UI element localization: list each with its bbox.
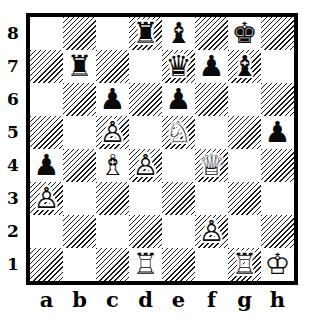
- square-g2[interactable]: [228, 215, 261, 248]
- square-a3[interactable]: ♙: [30, 182, 63, 215]
- square-h8[interactable]: [261, 17, 294, 50]
- file-label-c: c: [96, 286, 129, 316]
- square-d5[interactable]: [129, 116, 162, 149]
- square-f1[interactable]: [195, 248, 228, 281]
- square-d7[interactable]: [129, 50, 162, 83]
- piece-white-rook-d1[interactable]: ♖: [129, 248, 162, 281]
- piece-white-knight-e5[interactable]: ♘: [162, 116, 195, 149]
- piece-black-pawn-c6[interactable]: ♟: [96, 83, 129, 116]
- square-f4[interactable]: ♕: [195, 149, 228, 182]
- square-b4[interactable]: [63, 149, 96, 182]
- piece-white-pawn-d4[interactable]: ♙: [129, 149, 162, 182]
- file-label-h: h: [261, 286, 294, 316]
- square-c7[interactable]: [96, 50, 129, 83]
- square-d8[interactable]: ♜: [129, 17, 162, 50]
- piece-black-pawn-a4[interactable]: ♟: [30, 149, 63, 182]
- square-b8[interactable]: [63, 17, 96, 50]
- board: ♜♝♚♜♛♟♝♟♟♙♘♟♟♗♙♕♙♙♖♖♔: [30, 17, 294, 281]
- rank-label-2: 2: [2, 215, 24, 248]
- square-f7[interactable]: ♟: [195, 50, 228, 83]
- rank-labels: 87654321: [2, 17, 24, 281]
- piece-white-queen-f4[interactable]: ♕: [195, 149, 228, 182]
- square-a5[interactable]: [30, 116, 63, 149]
- square-b5[interactable]: [63, 116, 96, 149]
- square-e2[interactable]: [162, 215, 195, 248]
- piece-black-pawn-f7[interactable]: ♟: [195, 50, 228, 83]
- square-f3[interactable]: [195, 182, 228, 215]
- square-d3[interactable]: [129, 182, 162, 215]
- square-c1[interactable]: [96, 248, 129, 281]
- square-h5[interactable]: ♟: [261, 116, 294, 149]
- square-d4[interactable]: ♙: [129, 149, 162, 182]
- square-h6[interactable]: [261, 83, 294, 116]
- piece-black-bishop-g7[interactable]: ♝: [228, 50, 261, 83]
- square-h7[interactable]: [261, 50, 294, 83]
- square-a7[interactable]: [30, 50, 63, 83]
- file-label-e: e: [162, 286, 195, 316]
- square-g8[interactable]: ♚: [228, 17, 261, 50]
- piece-black-pawn-e6[interactable]: ♟: [162, 83, 195, 116]
- square-f2[interactable]: ♙: [195, 215, 228, 248]
- square-a4[interactable]: ♟: [30, 149, 63, 182]
- square-g5[interactable]: [228, 116, 261, 149]
- square-e8[interactable]: ♝: [162, 17, 195, 50]
- square-b7[interactable]: ♜: [63, 50, 96, 83]
- square-e7[interactable]: ♛: [162, 50, 195, 83]
- piece-white-pawn-a3[interactable]: ♙: [30, 182, 63, 215]
- square-e3[interactable]: [162, 182, 195, 215]
- square-c4[interactable]: ♗: [96, 149, 129, 182]
- piece-white-rook-g1[interactable]: ♖: [228, 248, 261, 281]
- piece-black-rook-b7[interactable]: ♜: [63, 50, 96, 83]
- square-g7[interactable]: ♝: [228, 50, 261, 83]
- square-e1[interactable]: [162, 248, 195, 281]
- rank-label-7: 7: [2, 50, 24, 83]
- square-e4[interactable]: [162, 149, 195, 182]
- square-c8[interactable]: [96, 17, 129, 50]
- file-labels: abcdefgh: [30, 286, 294, 316]
- file-label-b: b: [63, 286, 96, 316]
- piece-black-rook-d8[interactable]: ♜: [129, 17, 162, 50]
- piece-white-pawn-c5[interactable]: ♙: [96, 116, 129, 149]
- file-label-a: a: [30, 286, 63, 316]
- square-c3[interactable]: [96, 182, 129, 215]
- piece-white-king-h1[interactable]: ♔: [261, 248, 294, 281]
- square-g6[interactable]: [228, 83, 261, 116]
- square-b2[interactable]: [63, 215, 96, 248]
- rank-label-8: 8: [2, 17, 24, 50]
- square-d2[interactable]: [129, 215, 162, 248]
- square-g1[interactable]: ♖: [228, 248, 261, 281]
- rank-label-6: 6: [2, 83, 24, 116]
- piece-black-king-g8[interactable]: ♚: [228, 17, 261, 50]
- piece-black-pawn-h5[interactable]: ♟: [261, 116, 294, 149]
- square-e5[interactable]: ♘: [162, 116, 195, 149]
- rank-label-1: 1: [2, 248, 24, 281]
- square-a2[interactable]: [30, 215, 63, 248]
- file-label-g: g: [228, 286, 261, 316]
- piece-black-queen-e7[interactable]: ♛: [162, 50, 195, 83]
- square-f5[interactable]: [195, 116, 228, 149]
- square-h4[interactable]: [261, 149, 294, 182]
- square-d6[interactable]: [129, 83, 162, 116]
- piece-white-pawn-f2[interactable]: ♙: [195, 215, 228, 248]
- square-f6[interactable]: [195, 83, 228, 116]
- square-g4[interactable]: [228, 149, 261, 182]
- rank-label-4: 4: [2, 149, 24, 182]
- square-b6[interactable]: [63, 83, 96, 116]
- square-c5[interactable]: ♙: [96, 116, 129, 149]
- square-h3[interactable]: [261, 182, 294, 215]
- square-h2[interactable]: [261, 215, 294, 248]
- file-label-d: d: [129, 286, 162, 316]
- piece-black-bishop-e8[interactable]: ♝: [162, 17, 195, 50]
- square-b3[interactable]: [63, 182, 96, 215]
- square-c2[interactable]: [96, 215, 129, 248]
- piece-white-bishop-c4[interactable]: ♗: [96, 149, 129, 182]
- file-label-f: f: [195, 286, 228, 316]
- chess-diagram: 87654321 ♜♝♚♜♛♟♝♟♟♙♘♟♟♗♙♕♙♙♖♖♔ abcdefgh: [0, 0, 309, 320]
- square-e6[interactable]: ♟: [162, 83, 195, 116]
- square-f8[interactable]: [195, 17, 228, 50]
- square-c6[interactable]: ♟: [96, 83, 129, 116]
- square-h1[interactable]: ♔: [261, 248, 294, 281]
- square-a1[interactable]: [30, 248, 63, 281]
- square-g3[interactable]: [228, 182, 261, 215]
- board-frame: ♜♝♚♜♛♟♝♟♟♙♘♟♟♗♙♕♙♙♖♖♔: [27, 14, 297, 284]
- square-a8[interactable]: [30, 17, 63, 50]
- square-d1[interactable]: ♖: [129, 248, 162, 281]
- square-b1[interactable]: [63, 248, 96, 281]
- rank-label-5: 5: [2, 116, 24, 149]
- rank-label-3: 3: [2, 182, 24, 215]
- square-a6[interactable]: [30, 83, 63, 116]
